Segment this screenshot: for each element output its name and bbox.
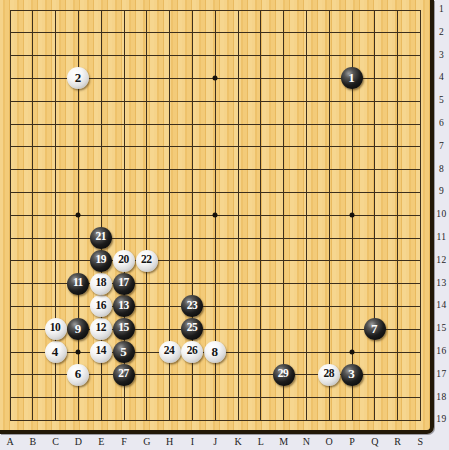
column-label-I: I (183, 436, 201, 450)
row-label-16: 16 (434, 346, 449, 358)
column-label-B: B (24, 436, 42, 450)
move-number: 28 (323, 368, 334, 380)
row-label-11: 11 (434, 232, 449, 244)
column-label-J: J (206, 436, 224, 450)
move-number: 19 (95, 254, 106, 266)
move-number: 13 (118, 300, 129, 312)
move-number: 17 (118, 277, 129, 289)
move-number: 1 (348, 71, 355, 84)
move-number: 24 (164, 345, 175, 357)
row-label-10: 10 (434, 209, 449, 221)
grid-line-horizontal (10, 238, 421, 239)
stone-black-23: 23 (181, 295, 203, 317)
stone-white-8: 8 (204, 341, 226, 363)
row-label-18: 18 (434, 392, 449, 404)
column-label-M: M (275, 436, 293, 450)
row-label-6: 6 (434, 118, 449, 130)
stone-black-19: 19 (90, 250, 112, 272)
stone-black-17: 17 (113, 273, 135, 295)
move-number: 16 (95, 300, 106, 312)
stone-black-7: 7 (364, 318, 386, 340)
grid-line-horizontal (10, 306, 421, 307)
move-number: 29 (278, 368, 289, 380)
stone-white-12: 12 (90, 318, 112, 340)
move-number: 27 (118, 368, 129, 380)
move-number: 2 (75, 71, 82, 84)
star-point (213, 213, 218, 218)
column-label-S: S (411, 436, 429, 450)
column-label-H: H (161, 436, 179, 450)
stone-white-2: 2 (67, 67, 89, 89)
column-label-C: C (47, 436, 65, 450)
grid-line-vertical (238, 10, 239, 421)
stone-black-1: 1 (341, 67, 363, 89)
grid-line-vertical (260, 10, 261, 421)
stone-black-9: 9 (67, 318, 89, 340)
row-label-4: 4 (434, 72, 449, 84)
column-label-E: E (92, 436, 110, 450)
stone-white-4: 4 (45, 341, 67, 363)
stone-white-22: 22 (136, 250, 158, 272)
star-point (76, 213, 81, 218)
row-label-17: 17 (434, 369, 449, 381)
move-number: 4 (52, 345, 59, 358)
stone-black-3: 3 (341, 364, 363, 386)
move-number: 10 (50, 322, 61, 334)
row-label-5: 5 (434, 95, 449, 107)
row-label-1: 1 (434, 4, 449, 16)
grid-line-horizontal (10, 260, 421, 261)
move-number: 6 (75, 367, 82, 380)
column-label-R: R (389, 436, 407, 450)
stone-white-24: 24 (159, 341, 181, 363)
row-label-12: 12 (434, 255, 449, 267)
stone-white-20: 20 (113, 250, 135, 272)
row-label-15: 15 (434, 323, 449, 335)
column-label-N: N (297, 436, 315, 450)
column-label-L: L (252, 436, 270, 450)
row-label-9: 9 (434, 186, 449, 198)
stone-white-14: 14 (90, 341, 112, 363)
grid-line-horizontal (10, 397, 421, 398)
grid-line-vertical (306, 10, 307, 421)
move-number: 20 (118, 254, 129, 266)
star-point (76, 350, 81, 355)
row-label-13: 13 (434, 278, 449, 290)
stone-black-27: 27 (113, 364, 135, 386)
move-number: 25 (187, 322, 198, 334)
column-label-O: O (320, 436, 338, 450)
stone-black-25: 25 (181, 318, 203, 340)
go-board[interactable]: 1234567891011121314151617181920212223242… (0, 0, 434, 434)
stone-black-15: 15 (113, 318, 135, 340)
grid-line-vertical (329, 10, 330, 421)
move-number: 3 (348, 367, 355, 380)
move-number: 9 (75, 322, 82, 335)
move-number: 15 (118, 322, 129, 334)
move-number: 5 (120, 345, 127, 358)
star-point (350, 350, 355, 355)
move-number: 26 (187, 345, 198, 357)
grid-line-vertical (420, 10, 421, 421)
grid-line-vertical (397, 10, 398, 421)
grid-line-horizontal (10, 420, 421, 421)
move-number: 8 (211, 345, 218, 358)
move-number: 21 (95, 231, 106, 243)
grid-line-vertical (374, 10, 375, 421)
row-label-2: 2 (434, 27, 449, 39)
row-label-19: 19 (434, 414, 449, 426)
grid-line-vertical (283, 10, 284, 421)
stone-white-16: 16 (90, 295, 112, 317)
stone-black-21: 21 (90, 227, 112, 249)
move-number: 7 (371, 322, 378, 335)
column-label-G: G (138, 436, 156, 450)
row-label-14: 14 (434, 300, 449, 312)
move-number: 18 (95, 277, 106, 289)
stone-white-6: 6 (67, 364, 89, 386)
move-number: 12 (95, 322, 106, 334)
star-point (213, 76, 218, 81)
move-number: 11 (73, 277, 83, 289)
row-label-8: 8 (434, 164, 449, 176)
row-label-7: 7 (434, 141, 449, 153)
stone-white-26: 26 (181, 341, 203, 363)
stone-white-28: 28 (318, 364, 340, 386)
move-number: 14 (95, 345, 106, 357)
column-label-F: F (115, 436, 133, 450)
star-point (350, 213, 355, 218)
column-label-P: P (343, 436, 361, 450)
stone-black-29: 29 (273, 364, 295, 386)
move-number: 23 (187, 300, 198, 312)
column-label-A: A (1, 436, 19, 450)
stone-black-11: 11 (67, 273, 89, 295)
stone-white-10: 10 (45, 318, 67, 340)
move-number: 22 (141, 254, 152, 266)
column-label-Q: Q (366, 436, 384, 450)
column-label-D: D (69, 436, 87, 450)
stone-black-5: 5 (113, 341, 135, 363)
kifu-diagram: 1234567891011121314151617181920212223242… (0, 0, 449, 450)
column-label-K: K (229, 436, 247, 450)
stone-white-18: 18 (90, 273, 112, 295)
stone-black-13: 13 (113, 295, 135, 317)
row-label-3: 3 (434, 50, 449, 62)
